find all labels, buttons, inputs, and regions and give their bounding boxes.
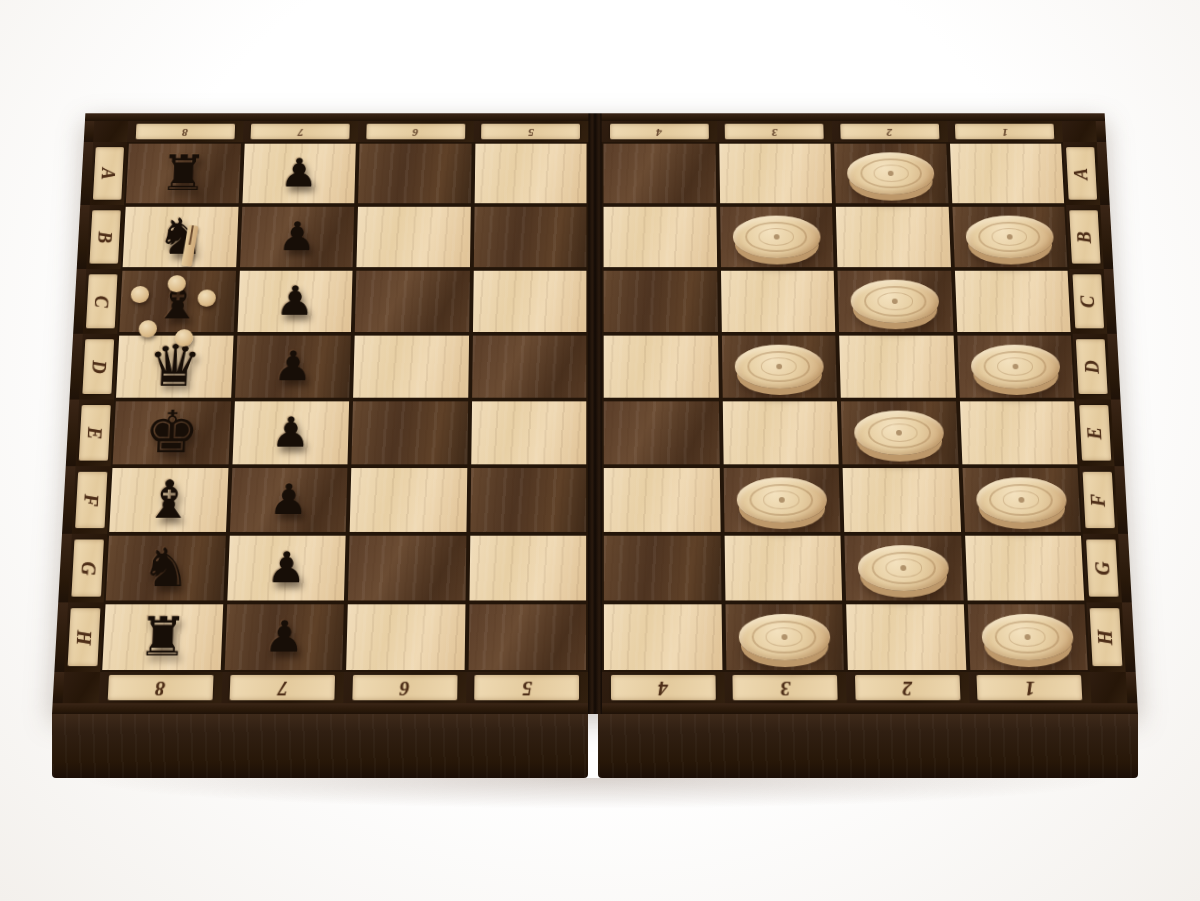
file-label-strip: G <box>68 534 107 603</box>
rank-label-5: 5 <box>528 125 534 138</box>
board-frame-rim <box>358 113 473 121</box>
light-checker-a2[interactable] <box>847 153 936 195</box>
hinge-fold-edge <box>588 672 595 703</box>
file-label-strip: E <box>76 400 114 467</box>
file-label-d: D <box>87 360 110 373</box>
square-g4[interactable] <box>602 534 723 603</box>
square-g7[interactable]: ♟ <box>225 534 348 603</box>
file-label-patch: D <box>82 340 114 394</box>
rank-label-patch: 5 <box>481 124 580 140</box>
rank-label-strip: 6 <box>343 672 466 703</box>
black-pawn[interactable]: ♟ <box>271 414 311 452</box>
rank-label-strip: 2 <box>832 121 948 142</box>
file-label-patch: H <box>1090 609 1123 666</box>
black-rook[interactable]: ♜ <box>137 613 189 662</box>
rank-label-strip: 8 <box>99 672 223 703</box>
hinge-fold-edge <box>588 534 595 603</box>
square-f4[interactable] <box>602 466 722 534</box>
board-frame-rim <box>969 703 1092 714</box>
board-frame-rim <box>221 703 344 714</box>
square-b4[interactable] <box>602 205 719 269</box>
square-h3[interactable] <box>723 602 846 672</box>
square-h5[interactable] <box>466 602 588 672</box>
file-label-patch: B <box>89 211 120 263</box>
square-f3[interactable] <box>721 466 842 534</box>
black-rook[interactable]: ♜ <box>159 151 208 195</box>
rank-label-patch: 5 <box>474 675 579 700</box>
square-e8[interactable]: ♚ <box>111 400 233 467</box>
square-f2[interactable] <box>841 466 963 534</box>
checker-center-dot <box>1012 364 1018 369</box>
square-c2[interactable] <box>836 269 955 334</box>
square-d4[interactable] <box>602 334 721 400</box>
black-bishop[interactable]: ♝ <box>143 476 194 523</box>
file-label-c: C <box>1077 295 1100 307</box>
file-label-a: A <box>1070 168 1092 180</box>
hinge-fold-edge <box>588 703 595 714</box>
black-knight[interactable]: ♞ <box>156 215 206 260</box>
square-g8[interactable]: ♞ <box>104 534 228 603</box>
rank-label-strip: 4 <box>602 672 724 703</box>
file-label-d: D <box>1080 360 1103 373</box>
hinge-fold-edge <box>588 121 595 142</box>
file-label-strip: B <box>1066 205 1104 269</box>
hinge-fold-edge <box>588 602 595 672</box>
black-pawn[interactable]: ♟ <box>279 156 318 191</box>
file-label-patch: D <box>1076 340 1108 394</box>
square-f1[interactable] <box>960 466 1083 534</box>
black-pawn[interactable]: ♟ <box>275 283 315 319</box>
rank-label-strip: 5 <box>473 121 588 142</box>
file-label-patch: A <box>1066 148 1097 200</box>
checker-center-dot <box>776 364 782 369</box>
rank-label-strip: 1 <box>968 672 1092 703</box>
square-h2[interactable] <box>844 602 968 672</box>
square-d8[interactable]: ♛ <box>114 334 235 400</box>
square-f6[interactable] <box>348 466 469 534</box>
square-d2[interactable] <box>837 334 957 400</box>
board-frame-rim <box>1095 113 1105 121</box>
square-f7[interactable]: ♟ <box>227 466 349 534</box>
file-label-strip: C <box>1069 269 1107 334</box>
black-pawn[interactable]: ♟ <box>273 348 313 385</box>
square-b5[interactable] <box>471 205 588 269</box>
square-e3[interactable] <box>720 400 840 467</box>
file-label-strip: D <box>79 334 117 400</box>
file-label-h: H <box>72 630 96 645</box>
board-frame-rim <box>94 113 128 121</box>
rank-label-patch: 3 <box>725 124 824 140</box>
square-f8[interactable]: ♝ <box>107 466 230 534</box>
square-c6[interactable] <box>353 269 472 334</box>
frame-corner <box>93 121 128 142</box>
square-a1[interactable] <box>948 142 1067 205</box>
board-right-half-checkers: 4321ABCDEFGH4321 <box>595 113 1138 714</box>
rank-label-1: 1 <box>1002 125 1008 138</box>
rank-label-3: 3 <box>780 676 790 698</box>
board-shadow <box>90 778 1105 808</box>
rank-label-3: 3 <box>771 125 777 138</box>
file-label-f: F <box>1087 494 1110 507</box>
file-label-patch: A <box>93 148 124 200</box>
light-checker-h3[interactable] <box>738 614 831 660</box>
file-label-c: C <box>90 295 113 307</box>
square-h1[interactable] <box>965 602 1090 672</box>
hinge-fold-edge <box>588 400 595 467</box>
checker-center-dot <box>779 497 785 503</box>
rank-label-5: 5 <box>522 676 532 698</box>
light-checker-d3[interactable] <box>734 345 824 388</box>
black-queen[interactable]: ♛ <box>146 341 203 393</box>
hinge-fold-edge <box>588 334 595 400</box>
black-knight[interactable]: ♞ <box>140 544 192 592</box>
board-frame-rim <box>1096 121 1107 142</box>
board-frame-rim <box>717 113 832 121</box>
square-c5[interactable] <box>471 269 589 334</box>
square-g6[interactable] <box>346 534 468 603</box>
rank-label-8: 8 <box>182 125 188 138</box>
file-label-strip: D <box>1073 334 1111 400</box>
board-frame-rim <box>343 703 466 714</box>
rank-label-patch: 2 <box>840 124 940 140</box>
square-c1[interactable] <box>952 269 1072 334</box>
rank-label-patch: 6 <box>366 124 465 140</box>
rank-label-patch: 3 <box>733 675 839 700</box>
board-frame-rim <box>85 113 95 121</box>
square-c4[interactable] <box>602 269 720 334</box>
board-frame-rim <box>473 113 588 121</box>
hinge-fold-edge <box>588 142 595 205</box>
rank-label-4: 4 <box>658 676 668 698</box>
rank-label-6: 6 <box>413 125 419 138</box>
file-label-b: B <box>1074 231 1097 243</box>
hinge-fold-edge <box>595 602 602 672</box>
board-frame-rim <box>52 703 63 714</box>
square-a6[interactable] <box>356 142 473 205</box>
file-label-g: G <box>76 561 99 575</box>
square-a5[interactable] <box>472 142 588 205</box>
frame-corner <box>1062 121 1097 142</box>
square-d1[interactable] <box>955 334 1076 400</box>
rank-label-patch: 7 <box>251 124 351 140</box>
board-side-edge-left <box>52 714 588 778</box>
file-label-patch: H <box>68 609 101 666</box>
square-d7[interactable]: ♟ <box>233 334 353 400</box>
board-frame-rim <box>1091 703 1128 714</box>
black-pawn[interactable]: ♟ <box>268 481 309 519</box>
board-side-edge-right <box>598 714 1138 778</box>
hinge-fold-edge <box>595 534 602 603</box>
square-g2[interactable] <box>842 534 965 603</box>
black-king[interactable]: ♚ <box>143 407 200 459</box>
file-label-patch: G <box>1086 540 1119 596</box>
board-frame-rim <box>946 113 1061 121</box>
rank-label-patch: 2 <box>855 675 961 700</box>
rank-label-7: 7 <box>297 125 303 138</box>
file-label-patch: F <box>1083 472 1115 527</box>
rank-label-patch: 1 <box>955 124 1055 140</box>
file-label-e: E <box>1084 427 1107 439</box>
black-pawn[interactable]: ♟ <box>264 618 305 657</box>
board-frame-rim <box>62 703 99 714</box>
frame-corner <box>1090 672 1128 703</box>
checker-center-dot <box>781 634 787 640</box>
file-label-strip: H <box>1086 602 1125 672</box>
rank-label-1: 1 <box>1024 676 1035 698</box>
light-checker-f3[interactable] <box>736 478 827 523</box>
square-b8[interactable]: ♞ <box>121 205 240 269</box>
hinge-fold-edge <box>588 205 595 269</box>
square-h8[interactable]: ♜ <box>100 602 225 672</box>
checker-center-dot <box>1018 497 1024 503</box>
rank-label-patch: 1 <box>977 675 1083 700</box>
file-label-f: F <box>80 494 103 507</box>
square-c7[interactable]: ♟ <box>235 269 354 334</box>
black-bishop[interactable]: ♝ <box>153 279 203 324</box>
hinge-fold-edge <box>595 703 602 714</box>
square-d5[interactable] <box>470 334 589 400</box>
file-label-strip: A <box>1063 142 1100 205</box>
square-e2[interactable] <box>839 400 960 467</box>
square-b6[interactable] <box>354 205 472 269</box>
checker-center-dot <box>1024 634 1030 640</box>
rank-label-strip: 6 <box>358 121 474 142</box>
light-checker-g2[interactable] <box>857 545 949 590</box>
square-g1[interactable] <box>963 534 1087 603</box>
square-a2[interactable] <box>832 142 950 205</box>
hinge-fold-edge <box>595 466 602 534</box>
rank-label-7: 7 <box>277 676 288 698</box>
square-d3[interactable] <box>719 334 838 400</box>
file-label-strip: A <box>90 142 127 205</box>
light-checker-h1[interactable] <box>981 614 1075 660</box>
square-h7[interactable]: ♟ <box>222 602 346 672</box>
square-g5[interactable] <box>467 534 588 603</box>
square-e5[interactable] <box>469 400 588 467</box>
hinge-fold-edge <box>588 269 595 334</box>
file-label-patch: E <box>79 405 111 460</box>
rank-label-strip: 1 <box>947 121 1063 142</box>
square-c8[interactable]: ♝ <box>117 269 237 334</box>
file-label-patch: G <box>71 540 104 596</box>
file-label-patch: B <box>1069 211 1100 263</box>
square-e1[interactable] <box>957 400 1079 467</box>
rank-label-strip: 5 <box>466 672 588 703</box>
rank-label-patch: 4 <box>611 675 716 700</box>
square-f5[interactable] <box>468 466 588 534</box>
file-label-b: B <box>94 231 117 243</box>
file-label-g: G <box>1091 561 1114 575</box>
square-c3[interactable] <box>719 269 838 334</box>
checker-center-dot <box>1006 234 1012 239</box>
rank-label-4: 4 <box>656 125 662 138</box>
file-label-strip: F <box>72 466 111 534</box>
board-frame-rim <box>1127 703 1138 714</box>
light-checker-d1[interactable] <box>970 345 1061 388</box>
file-label-strip: F <box>1079 466 1118 534</box>
rank-label-strip: 7 <box>221 672 344 703</box>
frame-corner <box>63 672 101 703</box>
hinge-fold-edge <box>595 672 602 703</box>
black-pawn[interactable]: ♟ <box>277 219 317 255</box>
hinge-fold-edge <box>588 113 595 121</box>
square-a3[interactable] <box>717 142 834 205</box>
board-frame-rim <box>724 703 847 714</box>
file-label-a: A <box>97 168 119 180</box>
rank-label-strip: 3 <box>724 672 847 703</box>
square-d6[interactable] <box>351 334 470 400</box>
file-label-patch: C <box>86 275 118 328</box>
file-label-strip: E <box>1076 400 1114 467</box>
rank-label-6: 6 <box>400 676 410 698</box>
square-b1[interactable] <box>950 205 1069 269</box>
board-frame-rim <box>128 113 243 121</box>
board-frame-rim <box>98 703 221 714</box>
file-label-strip: C <box>83 269 121 334</box>
board-frame-rim <box>847 703 970 714</box>
square-h6[interactable] <box>344 602 467 672</box>
board-frame-rim <box>1126 672 1138 703</box>
square-g3[interactable] <box>722 534 844 603</box>
square-b2[interactable] <box>834 205 953 269</box>
board-frame-rim <box>602 703 725 714</box>
board-frame-rim <box>1061 113 1095 121</box>
light-checker-f1[interactable] <box>975 478 1067 523</box>
square-a4[interactable] <box>602 142 718 205</box>
file-label-patch: F <box>75 472 107 527</box>
product-photo-scene: 8765A♜♟B♞♟C♝♟D♛♟E♚♟F♝♟G♞♟H♜♟8765 4321ABC… <box>0 0 1200 901</box>
file-label-e: E <box>83 427 106 439</box>
square-e7[interactable]: ♟ <box>230 400 351 467</box>
checker-center-dot <box>774 234 780 239</box>
rank-label-2: 2 <box>887 125 893 138</box>
hinge-fold-edge <box>588 466 595 534</box>
square-e6[interactable] <box>349 400 469 467</box>
rank-label-8: 8 <box>155 676 166 698</box>
square-a8[interactable]: ♜ <box>124 142 243 205</box>
rank-label-strip: 7 <box>242 121 358 142</box>
rank-label-patch: 7 <box>230 675 336 700</box>
rank-label-patch: 6 <box>352 675 458 700</box>
square-a7[interactable]: ♟ <box>240 142 358 205</box>
rank-label-patch: 8 <box>107 675 213 700</box>
board-left-half-chess: 8765A♜♟B♞♟C♝♟D♛♟E♚♟F♝♟G♞♟H♜♟8765 <box>52 113 595 714</box>
board-frame-rim <box>602 113 717 121</box>
rank-label-strip: 4 <box>602 121 717 142</box>
square-b7[interactable]: ♟ <box>238 205 357 269</box>
square-h4[interactable] <box>602 602 724 672</box>
rank-label-strip: 8 <box>127 121 243 142</box>
rank-label-patch: 8 <box>135 124 235 140</box>
light-checker-e2[interactable] <box>854 411 945 455</box>
file-label-strip: H <box>64 602 103 672</box>
file-label-strip: B <box>86 205 124 269</box>
file-label-h: H <box>1094 630 1118 645</box>
board-frame-rim <box>243 113 358 121</box>
light-checker-b3[interactable] <box>732 216 821 258</box>
rank-label-patch: 4 <box>610 124 709 140</box>
rank-label-2: 2 <box>902 676 913 698</box>
board-frame-rim <box>832 113 947 121</box>
rank-label-strip: 3 <box>717 121 833 142</box>
square-b3[interactable] <box>718 205 836 269</box>
rank-label-strip: 2 <box>846 672 969 703</box>
light-checker-b1[interactable] <box>965 216 1055 258</box>
light-checker-c2[interactable] <box>850 280 940 323</box>
folding-game-board: 8765A♜♟B♞♟C♝♟D♛♟E♚♟F♝♟G♞♟H♜♟8765 4321ABC… <box>52 113 1138 714</box>
file-label-patch: C <box>1073 275 1105 328</box>
square-e4[interactable] <box>602 400 721 467</box>
file-label-patch: E <box>1079 405 1111 460</box>
black-pawn[interactable]: ♟ <box>266 549 307 588</box>
file-label-strip: G <box>1083 534 1122 603</box>
board-frame-rim <box>466 703 589 714</box>
